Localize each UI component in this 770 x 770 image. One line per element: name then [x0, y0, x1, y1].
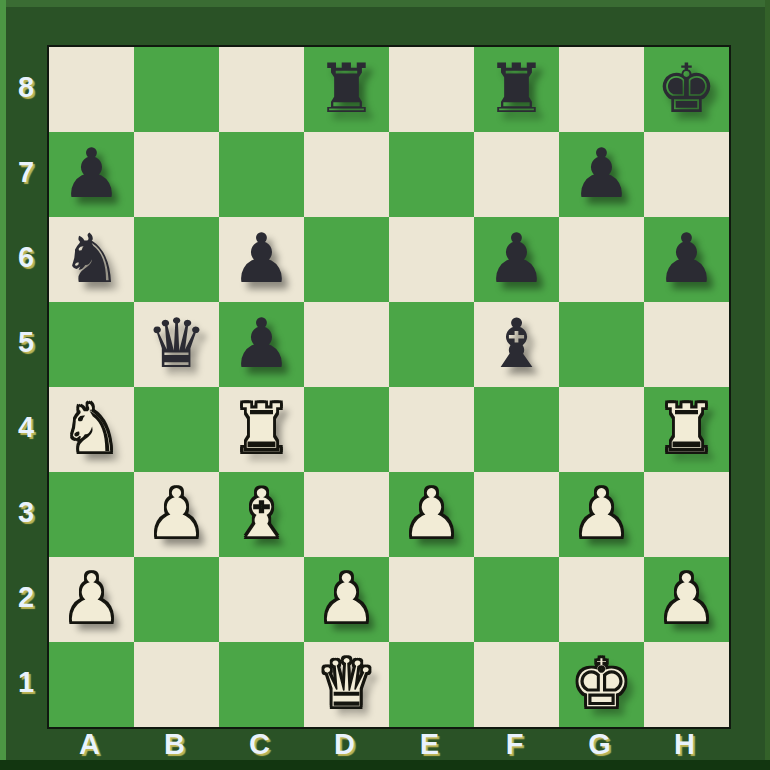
square-g7[interactable]: ♟ — [559, 132, 644, 217]
square-d4[interactable] — [304, 387, 389, 472]
piece-black-pawn-a7[interactable]: ♟ — [49, 132, 134, 217]
piece-white-rook-c4[interactable]: ♜ — [219, 387, 304, 472]
square-a7[interactable]: ♟ — [49, 132, 134, 217]
square-f6[interactable]: ♟ — [474, 217, 559, 302]
piece-white-queen-d1[interactable]: ♛ — [304, 642, 389, 727]
square-e6[interactable] — [389, 217, 474, 302]
square-g3[interactable]: ♟ — [559, 472, 644, 557]
square-b5[interactable]: ♛ — [134, 302, 219, 387]
piece-black-pawn-f6[interactable]: ♟ — [474, 217, 559, 302]
square-b8[interactable] — [134, 47, 219, 132]
chess-board-frame: ♜♜♚♟♟♞♟♟♟♛♟♝♞♜♜♟♝♟♟♟♟♟♛♚ 87654321ABCDEFG… — [0, 0, 770, 770]
square-h6[interactable]: ♟ — [644, 217, 729, 302]
rank-label-3: 3 — [6, 470, 46, 555]
square-h1[interactable] — [644, 642, 729, 727]
file-label-e: E — [387, 729, 472, 761]
piece-white-pawn-h2[interactable]: ♟ — [644, 557, 729, 642]
piece-black-queen-b5[interactable]: ♛ — [134, 302, 219, 387]
piece-black-pawn-h6[interactable]: ♟ — [644, 217, 729, 302]
square-h3[interactable] — [644, 472, 729, 557]
file-label-d: D — [302, 729, 387, 761]
piece-black-rook-f8[interactable]: ♜ — [474, 47, 559, 132]
square-h7[interactable] — [644, 132, 729, 217]
file-label-a: A — [47, 729, 132, 761]
square-f5[interactable]: ♝ — [474, 302, 559, 387]
square-d2[interactable]: ♟ — [304, 557, 389, 642]
piece-black-king-h8[interactable]: ♚ — [644, 47, 729, 132]
piece-black-knight-a6[interactable]: ♞ — [49, 217, 134, 302]
rank-label-7: 7 — [6, 130, 46, 215]
rank-label-2: 2 — [6, 555, 46, 640]
square-b2[interactable] — [134, 557, 219, 642]
piece-white-rook-h4[interactable]: ♜ — [644, 387, 729, 472]
piece-white-knight-a4[interactable]: ♞ — [49, 387, 134, 472]
square-c6[interactable]: ♟ — [219, 217, 304, 302]
square-b7[interactable] — [134, 132, 219, 217]
square-c3[interactable]: ♝ — [219, 472, 304, 557]
square-g4[interactable] — [559, 387, 644, 472]
square-d6[interactable] — [304, 217, 389, 302]
square-e8[interactable] — [389, 47, 474, 132]
square-e5[interactable] — [389, 302, 474, 387]
square-d7[interactable] — [304, 132, 389, 217]
rank-label-1: 1 — [6, 640, 46, 725]
frame-edge-top — [0, 0, 770, 7]
square-f8[interactable]: ♜ — [474, 47, 559, 132]
rank-label-8: 8 — [6, 45, 46, 130]
square-a1[interactable] — [49, 642, 134, 727]
piece-black-pawn-c6[interactable]: ♟ — [219, 217, 304, 302]
square-a4[interactable]: ♞ — [49, 387, 134, 472]
square-e4[interactable] — [389, 387, 474, 472]
square-g2[interactable] — [559, 557, 644, 642]
piece-white-bishop-c3[interactable]: ♝ — [219, 472, 304, 557]
square-b6[interactable] — [134, 217, 219, 302]
square-d3[interactable] — [304, 472, 389, 557]
square-f1[interactable] — [474, 642, 559, 727]
square-f2[interactable] — [474, 557, 559, 642]
rank-label-5: 5 — [6, 300, 46, 385]
square-c1[interactable] — [219, 642, 304, 727]
frame-edge-right — [765, 0, 770, 770]
chess-board: ♜♜♚♟♟♞♟♟♟♛♟♝♞♜♜♟♝♟♟♟♟♟♛♚ — [47, 45, 731, 729]
square-c4[interactable]: ♜ — [219, 387, 304, 472]
file-label-c: C — [217, 729, 302, 761]
rank-label-4: 4 — [6, 385, 46, 470]
piece-white-pawn-e3[interactable]: ♟ — [389, 472, 474, 557]
piece-white-pawn-b3[interactable]: ♟ — [134, 472, 219, 557]
square-h5[interactable] — [644, 302, 729, 387]
square-f4[interactable] — [474, 387, 559, 472]
piece-black-pawn-g7[interactable]: ♟ — [559, 132, 644, 217]
piece-white-pawn-d2[interactable]: ♟ — [304, 557, 389, 642]
frame-edge-bottom — [0, 760, 770, 770]
square-e3[interactable]: ♟ — [389, 472, 474, 557]
square-h2[interactable]: ♟ — [644, 557, 729, 642]
square-c8[interactable] — [219, 47, 304, 132]
square-e1[interactable] — [389, 642, 474, 727]
square-b3[interactable]: ♟ — [134, 472, 219, 557]
piece-black-bishop-f5[interactable]: ♝ — [474, 302, 559, 387]
square-b4[interactable] — [134, 387, 219, 472]
square-f3[interactable] — [474, 472, 559, 557]
square-g5[interactable] — [559, 302, 644, 387]
square-a8[interactable] — [49, 47, 134, 132]
square-g1[interactable]: ♚ — [559, 642, 644, 727]
square-a3[interactable] — [49, 472, 134, 557]
square-a2[interactable]: ♟ — [49, 557, 134, 642]
piece-white-pawn-a2[interactable]: ♟ — [49, 557, 134, 642]
square-e7[interactable] — [389, 132, 474, 217]
piece-white-pawn-g3[interactable]: ♟ — [559, 472, 644, 557]
file-label-g: G — [557, 729, 642, 761]
file-label-b: B — [132, 729, 217, 761]
square-a6[interactable]: ♞ — [49, 217, 134, 302]
square-c7[interactable] — [219, 132, 304, 217]
piece-white-king-g1[interactable]: ♚ — [559, 642, 644, 727]
square-d1[interactable]: ♛ — [304, 642, 389, 727]
square-a5[interactable] — [49, 302, 134, 387]
square-e2[interactable] — [389, 557, 474, 642]
file-label-h: H — [642, 729, 727, 761]
file-label-f: F — [472, 729, 557, 761]
square-h4[interactable]: ♜ — [644, 387, 729, 472]
square-d5[interactable] — [304, 302, 389, 387]
square-c2[interactable] — [219, 557, 304, 642]
square-b1[interactable] — [134, 642, 219, 727]
rank-label-6: 6 — [6, 215, 46, 300]
square-f7[interactable] — [474, 132, 559, 217]
square-c5[interactable]: ♟ — [219, 302, 304, 387]
piece-black-pawn-c5[interactable]: ♟ — [219, 302, 304, 387]
square-g8[interactable] — [559, 47, 644, 132]
piece-black-rook-d8[interactable]: ♜ — [304, 47, 389, 132]
square-g6[interactable] — [559, 217, 644, 302]
square-d8[interactable]: ♜ — [304, 47, 389, 132]
square-h8[interactable]: ♚ — [644, 47, 729, 132]
